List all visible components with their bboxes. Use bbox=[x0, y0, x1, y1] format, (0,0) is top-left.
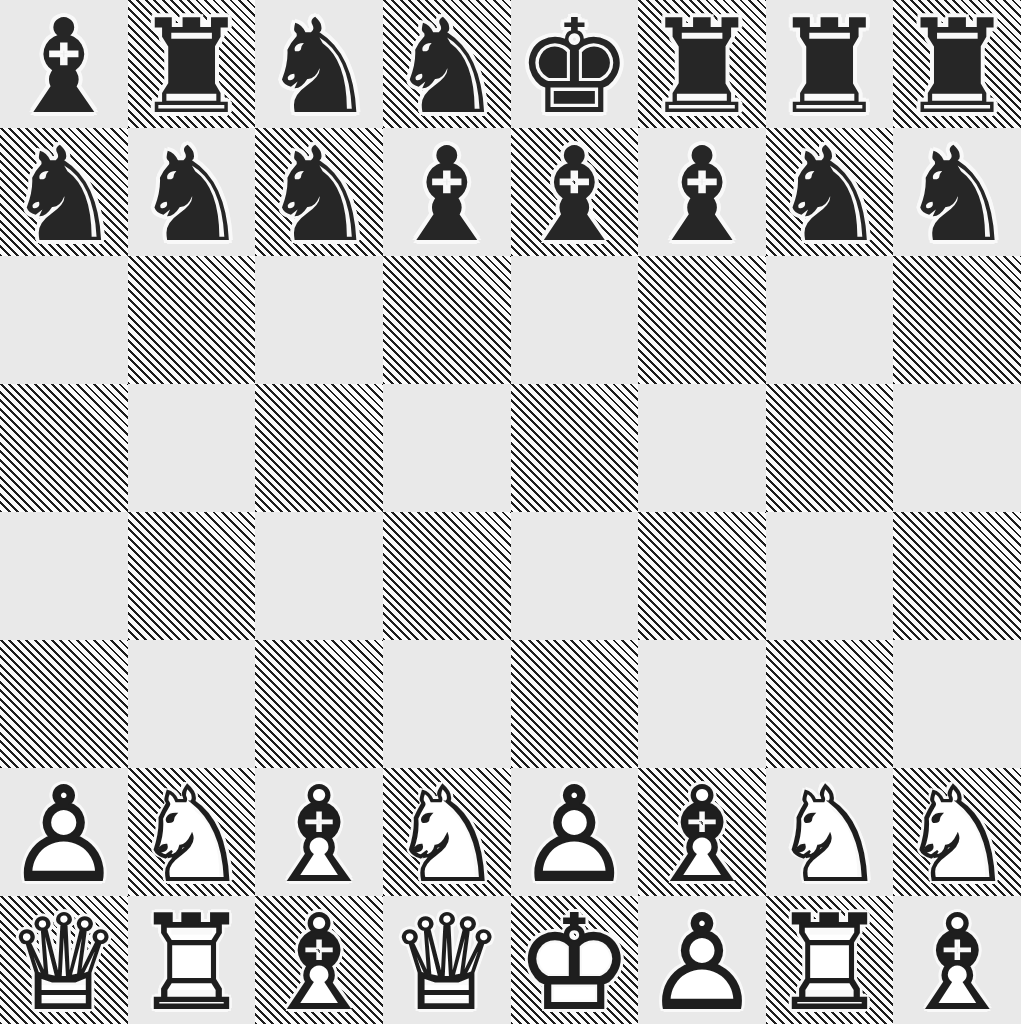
white-king-piece[interactable]: ♚♔ bbox=[511, 899, 639, 1024]
square-g3[interactable] bbox=[766, 640, 894, 768]
piece-outline-glyph: ♕ bbox=[0, 899, 128, 1024]
piece-fill-glyph: ♜ bbox=[128, 3, 256, 131]
square-h3[interactable] bbox=[893, 640, 1021, 768]
square-f6[interactable] bbox=[638, 256, 766, 384]
piece-fill-glyph: ♚ bbox=[511, 3, 639, 131]
piece-outline-glyph: ♕ bbox=[383, 899, 511, 1024]
black-bishop-piece[interactable]: ♝ bbox=[638, 131, 766, 259]
square-d4[interactable] bbox=[383, 512, 511, 640]
piece-outline-glyph: ♘ bbox=[128, 771, 256, 899]
square-b8[interactable]: ♜ bbox=[128, 0, 256, 128]
square-b2[interactable]: ♞♘ bbox=[128, 768, 256, 896]
square-e1[interactable]: ♚♔ bbox=[511, 896, 639, 1024]
square-g1[interactable]: ♜♖ bbox=[766, 896, 894, 1024]
square-b6[interactable] bbox=[128, 256, 256, 384]
square-a3[interactable] bbox=[0, 640, 128, 768]
square-e4[interactable] bbox=[511, 512, 639, 640]
white-rook-piece[interactable]: ♜♖ bbox=[766, 899, 894, 1024]
square-d3[interactable] bbox=[383, 640, 511, 768]
black-knight-piece[interactable]: ♞ bbox=[893, 131, 1021, 259]
square-e3[interactable] bbox=[511, 640, 639, 768]
black-rook-piece[interactable]: ♜ bbox=[893, 3, 1021, 131]
white-knight-piece[interactable]: ♞♘ bbox=[893, 771, 1021, 899]
square-g6[interactable] bbox=[766, 256, 894, 384]
square-a6[interactable] bbox=[0, 256, 128, 384]
piece-outline-glyph: ♘ bbox=[383, 771, 511, 899]
square-b3[interactable] bbox=[128, 640, 256, 768]
black-knight-piece[interactable]: ♞ bbox=[128, 131, 256, 259]
square-a2[interactable]: ♟♙ bbox=[0, 768, 128, 896]
square-e2[interactable]: ♟♙ bbox=[511, 768, 639, 896]
piece-outline-glyph: ♔ bbox=[511, 899, 639, 1024]
black-rook-piece[interactable]: ♜ bbox=[766, 3, 894, 131]
piece-fill-glyph: ♞ bbox=[255, 131, 383, 259]
black-knight-piece[interactable]: ♞ bbox=[0, 131, 128, 259]
piece-outline-glyph: ♙ bbox=[511, 771, 639, 899]
square-a8[interactable]: ♝ bbox=[0, 0, 128, 128]
black-bishop-piece[interactable]: ♝ bbox=[511, 131, 639, 259]
piece-outline-glyph: ♖ bbox=[128, 899, 256, 1024]
square-e6[interactable] bbox=[511, 256, 639, 384]
square-h1[interactable]: ♝♗ bbox=[893, 896, 1021, 1024]
piece-fill-glyph: ♞ bbox=[255, 3, 383, 131]
square-e7[interactable]: ♝ bbox=[511, 128, 639, 256]
piece-outline-glyph: ♙ bbox=[0, 771, 128, 899]
square-c7[interactable]: ♞ bbox=[255, 128, 383, 256]
square-b5[interactable] bbox=[128, 384, 256, 512]
piece-fill-glyph: ♝ bbox=[0, 3, 128, 131]
black-knight-piece[interactable]: ♞ bbox=[255, 3, 383, 131]
white-pawn-piece[interactable]: ♟♙ bbox=[638, 899, 766, 1024]
black-bishop-piece[interactable]: ♝ bbox=[383, 131, 511, 259]
piece-fill-glyph: ♞ bbox=[0, 131, 128, 259]
piece-fill-glyph: ♜ bbox=[638, 3, 766, 131]
square-g4[interactable] bbox=[766, 512, 894, 640]
piece-fill-glyph: ♝ bbox=[383, 131, 511, 259]
square-d5[interactable] bbox=[383, 384, 511, 512]
white-rook-piece[interactable]: ♜♖ bbox=[128, 899, 256, 1024]
black-knight-piece[interactable]: ♞ bbox=[766, 131, 894, 259]
piece-fill-glyph: ♞ bbox=[893, 131, 1021, 259]
square-e8[interactable]: ♚ bbox=[511, 0, 639, 128]
piece-outline-glyph: ♘ bbox=[766, 771, 894, 899]
black-rook-piece[interactable]: ♜ bbox=[638, 3, 766, 131]
square-h6[interactable] bbox=[893, 256, 1021, 384]
square-a1[interactable]: ♛♕ bbox=[0, 896, 128, 1024]
square-b7[interactable]: ♞ bbox=[128, 128, 256, 256]
square-c3[interactable] bbox=[255, 640, 383, 768]
square-c4[interactable] bbox=[255, 512, 383, 640]
white-pawn-piece[interactable]: ♟♙ bbox=[0, 771, 128, 899]
white-queen-piece[interactable]: ♛♕ bbox=[0, 899, 128, 1024]
white-bishop-piece[interactable]: ♝♗ bbox=[893, 899, 1021, 1024]
square-e5[interactable] bbox=[511, 384, 639, 512]
piece-outline-glyph: ♗ bbox=[638, 771, 766, 899]
square-h5[interactable] bbox=[893, 384, 1021, 512]
square-h7[interactable]: ♞ bbox=[893, 128, 1021, 256]
chess-board: ♝♜♞♞♚♜♜♜♞♞♞♝♝♝♞♞♟♙♞♘♝♗♞♘♟♙♝♗♞♘♞♘♛♕♜♖♝♗♛♕… bbox=[0, 0, 1021, 1024]
piece-fill-glyph: ♜ bbox=[766, 3, 894, 131]
black-bishop-piece[interactable]: ♝ bbox=[0, 3, 128, 131]
square-h4[interactable] bbox=[893, 512, 1021, 640]
white-knight-piece[interactable]: ♞♘ bbox=[766, 771, 894, 899]
piece-outline-glyph: ♗ bbox=[893, 899, 1021, 1024]
white-knight-piece[interactable]: ♞♘ bbox=[383, 771, 511, 899]
square-f2[interactable]: ♝♗ bbox=[638, 768, 766, 896]
square-c8[interactable]: ♞ bbox=[255, 0, 383, 128]
piece-fill-glyph: ♞ bbox=[383, 3, 511, 131]
square-f4[interactable] bbox=[638, 512, 766, 640]
black-knight-piece[interactable]: ♞ bbox=[255, 131, 383, 259]
black-king-piece[interactable]: ♚ bbox=[511, 3, 639, 131]
square-c2[interactable]: ♝♗ bbox=[255, 768, 383, 896]
piece-fill-glyph: ♝ bbox=[638, 131, 766, 259]
square-b1[interactable]: ♜♖ bbox=[128, 896, 256, 1024]
piece-outline-glyph: ♖ bbox=[766, 899, 894, 1024]
square-f1[interactable]: ♟♙ bbox=[638, 896, 766, 1024]
piece-outline-glyph: ♙ bbox=[638, 899, 766, 1024]
square-f3[interactable] bbox=[638, 640, 766, 768]
square-b4[interactable] bbox=[128, 512, 256, 640]
square-d1[interactable]: ♛♕ bbox=[383, 896, 511, 1024]
white-bishop-piece[interactable]: ♝♗ bbox=[638, 771, 766, 899]
square-d6[interactable] bbox=[383, 256, 511, 384]
square-a5[interactable] bbox=[0, 384, 128, 512]
square-a7[interactable]: ♞ bbox=[0, 128, 128, 256]
square-d8[interactable]: ♞ bbox=[383, 0, 511, 128]
black-knight-piece[interactable]: ♞ bbox=[383, 3, 511, 131]
square-h2[interactable]: ♞♘ bbox=[893, 768, 1021, 896]
piece-outline-glyph: ♘ bbox=[893, 771, 1021, 899]
piece-fill-glyph: ♞ bbox=[766, 131, 894, 259]
square-f7[interactable]: ♝ bbox=[638, 128, 766, 256]
square-a4[interactable] bbox=[0, 512, 128, 640]
piece-outline-glyph: ♗ bbox=[255, 899, 383, 1024]
piece-fill-glyph: ♞ bbox=[128, 131, 256, 259]
piece-outline-glyph: ♗ bbox=[255, 771, 383, 899]
white-bishop-piece[interactable]: ♝♗ bbox=[255, 899, 383, 1024]
square-g5[interactable] bbox=[766, 384, 894, 512]
piece-fill-glyph: ♜ bbox=[893, 3, 1021, 131]
square-c6[interactable] bbox=[255, 256, 383, 384]
square-c5[interactable] bbox=[255, 384, 383, 512]
square-f5[interactable] bbox=[638, 384, 766, 512]
white-pawn-piece[interactable]: ♟♙ bbox=[511, 771, 639, 899]
white-queen-piece[interactable]: ♛♕ bbox=[383, 899, 511, 1024]
square-g2[interactable]: ♞♘ bbox=[766, 768, 894, 896]
white-bishop-piece[interactable]: ♝♗ bbox=[255, 771, 383, 899]
square-g7[interactable]: ♞ bbox=[766, 128, 894, 256]
square-d7[interactable]: ♝ bbox=[383, 128, 511, 256]
square-h8[interactable]: ♜ bbox=[893, 0, 1021, 128]
black-rook-piece[interactable]: ♜ bbox=[128, 3, 256, 131]
white-knight-piece[interactable]: ♞♘ bbox=[128, 771, 256, 899]
square-g8[interactable]: ♜ bbox=[766, 0, 894, 128]
piece-fill-glyph: ♝ bbox=[511, 131, 639, 259]
square-d2[interactable]: ♞♘ bbox=[383, 768, 511, 896]
square-c1[interactable]: ♝♗ bbox=[255, 896, 383, 1024]
square-f8[interactable]: ♜ bbox=[638, 0, 766, 128]
